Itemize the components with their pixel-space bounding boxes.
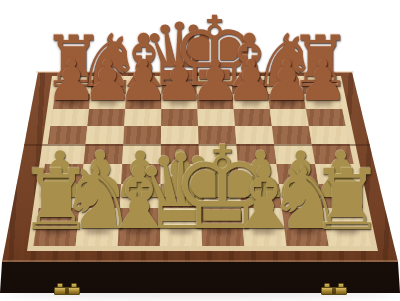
chess-set-photo: ♜♞♝♛♚♝♞♜♟♟♟♟♟♟♟♟♟♟♟♟♟♟♟♟♜♞♝♛♚♝♞♜ <box>0 0 400 301</box>
piece-brass-rook-h1[interactable]: ♜ <box>309 157 384 241</box>
pieces-layer: ♜♞♝♛♚♝♞♜♟♟♟♟♟♟♟♟♟♟♟♟♟♟♟♟♜♞♝♛♚♝♞♜ <box>0 0 400 301</box>
piece-copper-pawn-h7[interactable]: ♟ <box>298 54 349 111</box>
